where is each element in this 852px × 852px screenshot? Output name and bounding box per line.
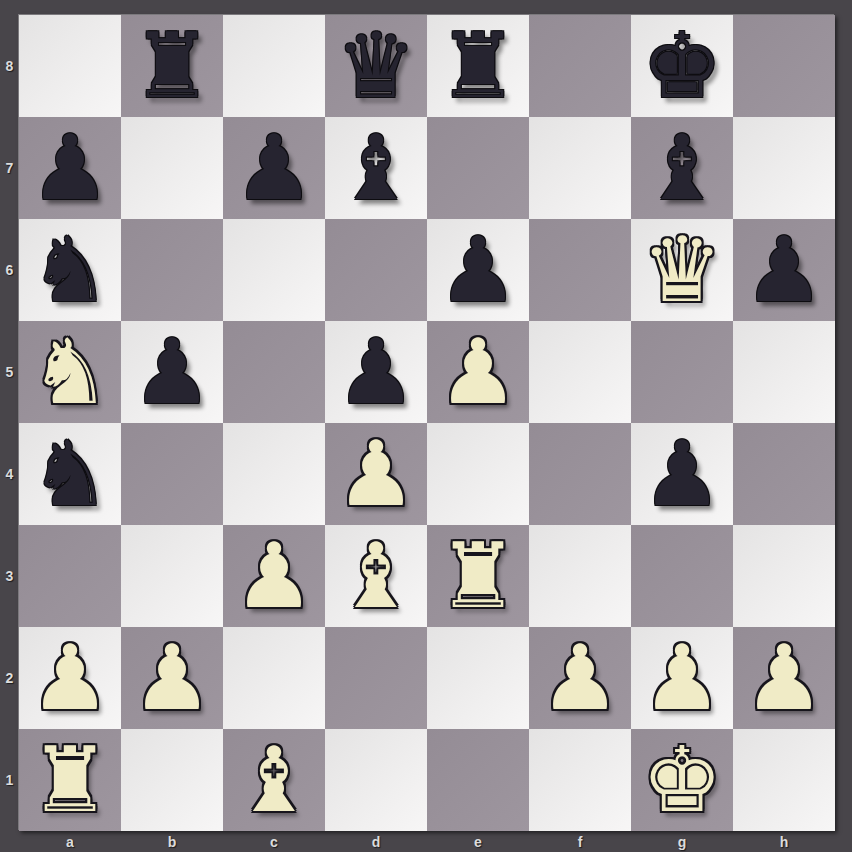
- square-a7[interactable]: ♟: [19, 117, 121, 219]
- rank-label-6: 6: [0, 219, 19, 321]
- file-label-c: c: [223, 831, 325, 852]
- square-b3[interactable]: [121, 525, 223, 627]
- square-e4[interactable]: [427, 423, 529, 525]
- piece-white-pawn[interactable]: ♟: [234, 525, 315, 627]
- piece-white-pawn[interactable]: ♟: [540, 627, 621, 729]
- square-g8[interactable]: ♚: [631, 15, 733, 117]
- square-c3[interactable]: ♟: [223, 525, 325, 627]
- square-c7[interactable]: ♟: [223, 117, 325, 219]
- piece-black-pawn[interactable]: ♟: [336, 321, 417, 423]
- square-d4[interactable]: ♟: [325, 423, 427, 525]
- square-g6[interactable]: ♛: [631, 219, 733, 321]
- file-label-h: h: [733, 831, 835, 852]
- piece-white-king[interactable]: ♚: [642, 729, 723, 831]
- piece-white-queen[interactable]: ♛: [642, 219, 723, 321]
- piece-white-pawn[interactable]: ♟: [642, 627, 723, 729]
- piece-black-pawn[interactable]: ♟: [642, 423, 723, 525]
- file-label-e: e: [427, 831, 529, 852]
- square-f5[interactable]: [529, 321, 631, 423]
- square-e3[interactable]: ♜: [427, 525, 529, 627]
- square-g7[interactable]: ♝: [631, 117, 733, 219]
- square-h5[interactable]: [733, 321, 835, 423]
- square-e2[interactable]: [427, 627, 529, 729]
- square-b7[interactable]: [121, 117, 223, 219]
- piece-white-pawn[interactable]: ♟: [30, 627, 111, 729]
- piece-white-pawn[interactable]: ♟: [336, 423, 417, 525]
- square-a1[interactable]: ♜: [19, 729, 121, 831]
- rank-label-3: 3: [0, 525, 19, 627]
- file-label-b: b: [121, 831, 223, 852]
- file-label-g: g: [631, 831, 733, 852]
- square-d6[interactable]: [325, 219, 427, 321]
- square-h7[interactable]: [733, 117, 835, 219]
- square-c6[interactable]: [223, 219, 325, 321]
- square-b5[interactable]: ♟: [121, 321, 223, 423]
- square-c5[interactable]: [223, 321, 325, 423]
- square-e1[interactable]: [427, 729, 529, 831]
- square-a5[interactable]: ♞: [19, 321, 121, 423]
- rank-label-2: 2: [0, 627, 19, 729]
- square-b1[interactable]: [121, 729, 223, 831]
- piece-white-pawn[interactable]: ♟: [132, 627, 213, 729]
- piece-black-pawn[interactable]: ♟: [132, 321, 213, 423]
- square-f6[interactable]: [529, 219, 631, 321]
- piece-black-bishop[interactable]: ♝: [336, 117, 417, 219]
- square-f4[interactable]: [529, 423, 631, 525]
- square-a2[interactable]: ♟: [19, 627, 121, 729]
- square-c1[interactable]: ♝: [223, 729, 325, 831]
- piece-black-queen[interactable]: ♛: [336, 15, 417, 117]
- piece-black-rook[interactable]: ♜: [438, 15, 519, 117]
- rank-label-7: 7: [0, 117, 19, 219]
- piece-black-pawn[interactable]: ♟: [438, 219, 519, 321]
- square-c2[interactable]: [223, 627, 325, 729]
- square-g2[interactable]: ♟: [631, 627, 733, 729]
- piece-white-bishop[interactable]: ♝: [234, 729, 315, 831]
- file-label-d: d: [325, 831, 427, 852]
- square-h8[interactable]: [733, 15, 835, 117]
- square-h6[interactable]: ♟: [733, 219, 835, 321]
- square-d7[interactable]: ♝: [325, 117, 427, 219]
- square-a4[interactable]: ♞: [19, 423, 121, 525]
- square-f8[interactable]: [529, 15, 631, 117]
- piece-white-pawn[interactable]: ♟: [744, 627, 825, 729]
- square-d8[interactable]: ♛: [325, 15, 427, 117]
- file-label-f: f: [529, 831, 631, 852]
- piece-black-pawn[interactable]: ♟: [234, 117, 315, 219]
- piece-black-knight[interactable]: ♞: [30, 423, 111, 525]
- square-a6[interactable]: ♞: [19, 219, 121, 321]
- square-c8[interactable]: [223, 15, 325, 117]
- square-d5[interactable]: ♟: [325, 321, 427, 423]
- rank-labels: 87654321: [0, 15, 19, 831]
- square-d1[interactable]: [325, 729, 427, 831]
- square-g4[interactable]: ♟: [631, 423, 733, 525]
- square-g5[interactable]: [631, 321, 733, 423]
- rank-label-1: 1: [0, 729, 19, 831]
- piece-black-pawn[interactable]: ♟: [744, 219, 825, 321]
- square-g3[interactable]: [631, 525, 733, 627]
- square-g1[interactable]: ♚: [631, 729, 733, 831]
- square-a8[interactable]: [19, 15, 121, 117]
- file-label-a: a: [19, 831, 121, 852]
- square-f7[interactable]: [529, 117, 631, 219]
- square-f2[interactable]: ♟: [529, 627, 631, 729]
- square-b6[interactable]: [121, 219, 223, 321]
- square-a3[interactable]: [19, 525, 121, 627]
- square-e8[interactable]: ♜: [427, 15, 529, 117]
- square-b8[interactable]: ♜: [121, 15, 223, 117]
- rank-label-5: 5: [0, 321, 19, 423]
- square-c4[interactable]: [223, 423, 325, 525]
- piece-black-bishop[interactable]: ♝: [642, 117, 723, 219]
- square-h3[interactable]: [733, 525, 835, 627]
- piece-black-rook[interactable]: ♜: [132, 15, 213, 117]
- square-h1[interactable]: [733, 729, 835, 831]
- square-f3[interactable]: [529, 525, 631, 627]
- rank-label-4: 4: [0, 423, 19, 525]
- piece-white-rook[interactable]: ♜: [438, 525, 519, 627]
- chess-board: ♜♛♜♚♟♟♝♝♞♟♛♟♞♟♟♟♞♟♟♟♝♜♟♟♟♟♟♜♝♚: [19, 15, 835, 831]
- square-f1[interactable]: [529, 729, 631, 831]
- piece-black-pawn[interactable]: ♟: [30, 117, 111, 219]
- square-h2[interactable]: ♟: [733, 627, 835, 729]
- square-b4[interactable]: [121, 423, 223, 525]
- square-e6[interactable]: ♟: [427, 219, 529, 321]
- piece-white-knight[interactable]: ♞: [30, 321, 111, 423]
- square-d2[interactable]: [325, 627, 427, 729]
- piece-white-rook[interactable]: ♜: [30, 729, 111, 831]
- piece-black-knight[interactable]: ♞: [30, 219, 111, 321]
- square-e7[interactable]: [427, 117, 529, 219]
- file-labels: abcdefgh: [19, 831, 835, 852]
- chess-board-frame: 87654321 ♜♛♜♚♟♟♝♝♞♟♛♟♞♟♟♟♞♟♟♟♝♜♟♟♟♟♟♜♝♚ …: [0, 0, 852, 852]
- square-h4[interactable]: [733, 423, 835, 525]
- piece-white-pawn[interactable]: ♟: [438, 321, 519, 423]
- square-e5[interactable]: ♟: [427, 321, 529, 423]
- rank-label-8: 8: [0, 15, 19, 117]
- piece-white-bishop[interactable]: ♝: [336, 525, 417, 627]
- square-b2[interactable]: ♟: [121, 627, 223, 729]
- piece-black-king[interactable]: ♚: [642, 15, 723, 117]
- square-d3[interactable]: ♝: [325, 525, 427, 627]
